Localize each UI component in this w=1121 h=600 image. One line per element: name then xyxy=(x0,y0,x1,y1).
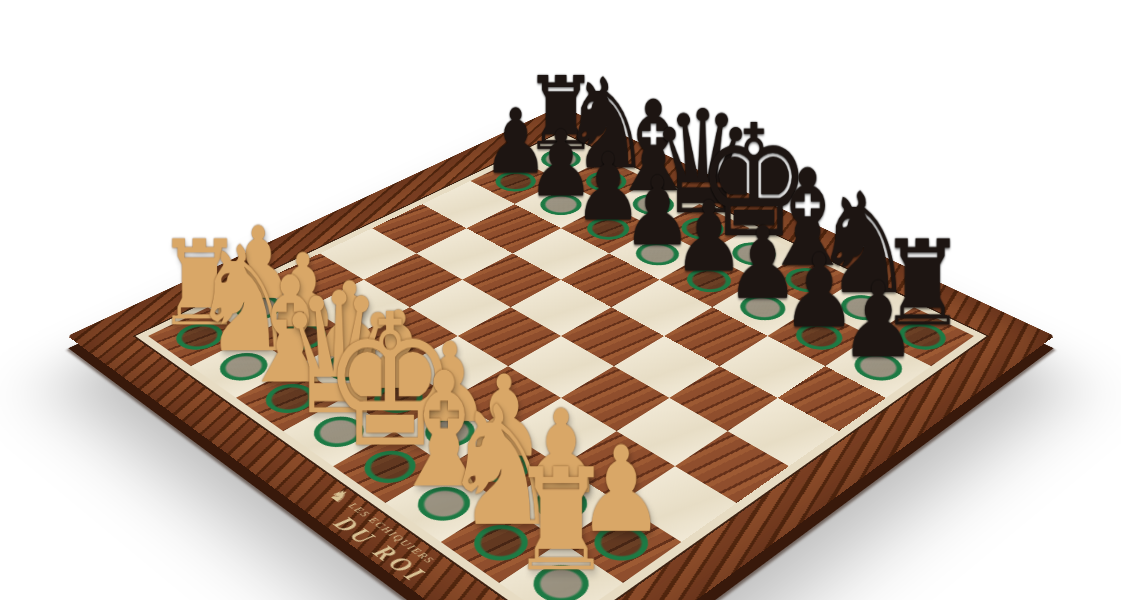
product-photo-scene: ♞ LES ECHIQUIERS DU ROI ♜♞♝♛♚♝♞♜♟♟♟♟♟♟♟♟… xyxy=(0,0,1121,600)
piece-black-pawn: ♟ xyxy=(839,268,916,372)
board-grid: ♜♞♝♛♚♝♞♜♟♟♟♟♟♟♟♟♟♟♟♟♟♟♟♟♜♞♝♛♚♝♞♜ xyxy=(148,138,974,600)
board-border-band: ♜♞♝♛♚♝♞♜♟♟♟♟♟♟♟♟♟♟♟♟♟♟♟♟♜♞♝♛♚♝♞♜ xyxy=(132,131,989,600)
board-frame: ♞ LES ECHIQUIERS DU ROI ♜♞♝♛♚♝♞♜♟♟♟♟♟♟♟♟… xyxy=(67,106,1054,600)
chess-board: ♞ LES ECHIQUIERS DU ROI ♜♞♝♛♚♝♞♜♟♟♟♟♟♟♟♟… xyxy=(67,106,1054,600)
piece-white-rook: ♜ xyxy=(509,449,613,590)
square-h1[interactable]: ♜ xyxy=(499,542,623,600)
